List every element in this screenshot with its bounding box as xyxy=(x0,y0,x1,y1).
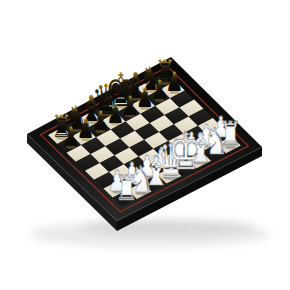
chess-board: ♜♞♝♛♚♝♞♜♟♟♟♟♟♟♟♟♟♟♟♟♟♟♟♟♜♞♝♛♚♝♞♜ xyxy=(0,0,290,290)
piece-white-r-h1[interactable]: ♜ xyxy=(219,115,242,154)
piece-black-p-h7[interactable]: ♟ xyxy=(165,67,183,99)
floor-reflection-inner xyxy=(80,219,256,235)
chess-set-photo: ♜♞♝♛♚♝♞♜♟♟♟♟♟♟♟♟♟♟♟♟♟♟♟♟♜♞♝♛♚♝♞♜ xyxy=(0,0,290,290)
